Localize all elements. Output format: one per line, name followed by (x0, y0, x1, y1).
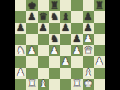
square-a4[interactable]: ♞ (15, 45, 26, 56)
piece-white-rook[interactable]: ♜ (72, 79, 81, 89)
letterbox-right (105, 0, 120, 90)
square-b3[interactable] (26, 56, 37, 67)
piece-white-pawn[interactable]: ♟ (16, 68, 25, 78)
piece-white-bishop[interactable]: ♝ (84, 68, 93, 78)
square-g8[interactable] (83, 0, 94, 11)
square-f5[interactable]: ♟ (71, 34, 82, 45)
piece-black-bishop[interactable]: ♝ (61, 11, 70, 21)
square-h8[interactable]: ♜ (94, 0, 105, 11)
square-h4[interactable] (94, 45, 105, 56)
square-h1[interactable] (94, 79, 105, 90)
piece-white-pawn[interactable]: ♟ (27, 45, 36, 55)
piece-white-queen[interactable]: ♛ (84, 45, 93, 55)
square-g5[interactable]: ♟ (83, 34, 94, 45)
piece-white-knight[interactable]: ♞ (16, 45, 25, 55)
square-e7[interactable]: ♝ (60, 11, 71, 22)
piece-black-knight[interactable]: ♞ (50, 11, 59, 21)
square-g4[interactable]: ♛ (83, 45, 94, 56)
square-b6[interactable] (26, 23, 37, 34)
square-b4[interactable]: ♟ (26, 45, 37, 56)
square-h5[interactable] (94, 34, 105, 45)
square-c8[interactable] (38, 0, 49, 11)
piece-white-pawn[interactable]: ♟ (50, 45, 59, 55)
square-f7[interactable] (71, 11, 82, 22)
square-d1[interactable] (49, 79, 60, 90)
square-d3[interactable] (49, 56, 60, 67)
square-h3[interactable]: ♟ (94, 56, 105, 67)
square-g1[interactable]: ♚ (83, 79, 94, 90)
square-b1[interactable]: ♜ (26, 79, 37, 90)
square-c4[interactable] (38, 45, 49, 56)
square-e2[interactable] (60, 68, 71, 79)
piece-white-pawn[interactable]: ♟ (84, 34, 93, 44)
square-c1[interactable]: ♝ (38, 79, 49, 90)
piece-black-rook[interactable]: ♜ (95, 0, 104, 10)
square-d8[interactable]: ♜ (49, 0, 60, 11)
piece-white-pawn[interactable]: ♟ (72, 45, 81, 55)
square-f3[interactable] (71, 56, 82, 67)
piece-black-pawn[interactable]: ♟ (39, 23, 48, 33)
piece-black-pawn[interactable]: ♟ (27, 11, 36, 21)
square-e3[interactable]: ♟ (60, 56, 71, 67)
square-c6[interactable]: ♟ (38, 23, 49, 34)
chess-board: ♚♜♜♟♛♞♝♟♟♟♟♟♞♟♟♞♟♟♟♛♟♟♟♝♜♝♜♚ (15, 0, 105, 90)
piece-black-knight[interactable]: ♞ (50, 34, 59, 44)
square-h6[interactable] (94, 23, 105, 34)
piece-black-rook[interactable]: ♜ (50, 0, 59, 10)
square-e4[interactable] (60, 45, 71, 56)
square-c7[interactable]: ♛ (38, 11, 49, 22)
letterbox-left (0, 0, 15, 90)
square-d2[interactable] (49, 68, 60, 79)
square-a8[interactable] (15, 0, 26, 11)
square-c5[interactable] (38, 34, 49, 45)
piece-white-king[interactable]: ♚ (84, 79, 93, 89)
square-a2[interactable]: ♟ (15, 68, 26, 79)
square-d4[interactable]: ♟ (49, 45, 60, 56)
piece-white-pawn[interactable]: ♟ (61, 56, 70, 66)
square-f2[interactable] (71, 68, 82, 79)
square-b5[interactable] (26, 34, 37, 45)
square-a3[interactable] (15, 56, 26, 67)
square-c3[interactable] (38, 56, 49, 67)
square-e5[interactable] (60, 34, 71, 45)
piece-black-pawn[interactable]: ♟ (61, 23, 70, 33)
square-b7[interactable]: ♟ (26, 11, 37, 22)
square-g3[interactable] (83, 56, 94, 67)
square-f6[interactable] (71, 23, 82, 34)
square-a1[interactable] (15, 79, 26, 90)
square-h7[interactable] (94, 11, 105, 22)
square-g2[interactable]: ♝ (83, 68, 94, 79)
square-e1[interactable] (60, 79, 71, 90)
piece-white-rook[interactable]: ♜ (27, 79, 36, 89)
square-a5[interactable] (15, 34, 26, 45)
square-e6[interactable]: ♟ (60, 23, 71, 34)
square-d7[interactable]: ♞ (49, 11, 60, 22)
piece-white-pawn[interactable]: ♟ (95, 56, 104, 66)
square-b8[interactable]: ♚ (26, 0, 37, 11)
piece-black-king[interactable]: ♚ (27, 0, 36, 10)
square-h2[interactable] (94, 68, 105, 79)
square-a6[interactable]: ♟ (15, 23, 26, 34)
square-g7[interactable]: ♟ (83, 11, 94, 22)
square-d6[interactable] (49, 23, 60, 34)
square-f8[interactable] (71, 0, 82, 11)
square-f4[interactable]: ♟ (71, 45, 82, 56)
piece-black-queen[interactable]: ♛ (39, 11, 48, 21)
square-g6[interactable]: ♟ (83, 23, 94, 34)
square-e8[interactable] (60, 0, 71, 11)
piece-white-bishop[interactable]: ♝ (39, 79, 48, 89)
piece-black-pawn[interactable]: ♟ (72, 34, 81, 44)
piece-black-pawn[interactable]: ♟ (84, 23, 93, 33)
square-f1[interactable]: ♜ (71, 79, 82, 90)
square-d5[interactable]: ♞ (49, 34, 60, 45)
square-c2[interactable] (38, 68, 49, 79)
square-b2[interactable] (26, 68, 37, 79)
square-a7[interactable] (15, 11, 26, 22)
piece-black-pawn[interactable]: ♟ (84, 11, 93, 21)
piece-black-pawn[interactable]: ♟ (16, 23, 25, 33)
